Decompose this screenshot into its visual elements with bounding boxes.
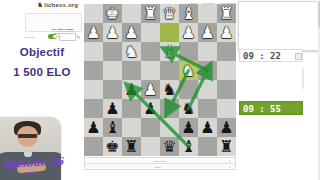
square-h1[interactable] xyxy=(84,4,103,23)
square-h8[interactable] xyxy=(84,137,103,156)
player-clock-active: 09 : 55 xyxy=(239,101,303,115)
square-a6[interactable] xyxy=(217,99,236,118)
square-a5[interactable] xyxy=(217,80,236,99)
toggle-row: Mode Zen ✎ xyxy=(25,33,81,41)
square-h3[interactable] xyxy=(84,42,103,61)
chess-board[interactable]: ♜♝♛♜♚♟♟♟♝♟♞♟♟♞♟♟♞♝♞♟♟♟♟♟♟♜♝♛♜♚ hgfedcba … xyxy=(84,4,236,156)
black-pawn-a7[interactable]: ♟ xyxy=(217,118,236,137)
square-g4[interactable] xyxy=(103,61,122,80)
white-pawn-a2[interactable]: ♟ xyxy=(217,23,236,42)
lichess-logo-text: lichess.org xyxy=(44,2,78,8)
square-h4[interactable] xyxy=(84,61,103,80)
square-e8[interactable] xyxy=(141,137,160,156)
lastmove-highlight-d2 xyxy=(160,23,179,42)
lichess-knight-icon: ♞ xyxy=(37,1,43,9)
square-d2[interactable] xyxy=(160,23,179,42)
white-knight-f3[interactable]: ♞ xyxy=(122,42,141,61)
objectif-title: Objectif xyxy=(4,46,80,58)
toggle-knob xyxy=(53,35,57,39)
strategy-overlay-box xyxy=(238,1,320,51)
square-d4[interactable] xyxy=(160,61,179,80)
square-c3[interactable] xyxy=(179,42,198,61)
square-b8[interactable] xyxy=(198,137,217,156)
white-pawn-f2[interactable]: ♟ xyxy=(122,23,141,42)
clock-settings-icon[interactable] xyxy=(295,53,302,60)
square-h5[interactable] xyxy=(84,80,103,99)
presenter-glasses xyxy=(18,134,37,139)
square-d6[interactable] xyxy=(160,99,179,118)
movelist-scrollbar[interactable] xyxy=(302,68,304,89)
toggle-label: Mode Zen xyxy=(25,36,35,39)
white-pawn-c2[interactable]: ♟ xyxy=(179,23,198,42)
white-bishop-c1[interactable]: ♝ xyxy=(179,4,198,23)
presenter-collar xyxy=(24,152,32,157)
black-queen-d8[interactable]: ♛ xyxy=(160,137,179,156)
square-d7[interactable] xyxy=(160,118,179,137)
white-rook-a1[interactable]: ♜ xyxy=(217,4,236,23)
square-e3[interactable] xyxy=(141,42,160,61)
square-c5[interactable] xyxy=(179,80,198,99)
square-g3[interactable] xyxy=(103,42,122,61)
video-frame: ♞ lichess.org JOUERPUZZLESAPPRENDREREGAR… xyxy=(0,0,320,180)
pencil-icon[interactable]: ✎ xyxy=(77,34,81,40)
underboard-notes-bar[interactable]: Notes ▾ xyxy=(84,163,236,170)
square-f4[interactable] xyxy=(122,61,141,80)
square-e7[interactable] xyxy=(141,118,160,137)
square-f1[interactable] xyxy=(122,4,141,23)
black-rook-a8[interactable]: ♜ xyxy=(217,137,236,156)
black-knight-d5[interactable]: ♞ xyxy=(160,80,179,99)
square-b3[interactable] xyxy=(198,42,217,61)
black-bishop-g7[interactable]: ♝ xyxy=(103,118,122,137)
square-a4[interactable] xyxy=(217,61,236,80)
zen-toggle[interactable] xyxy=(48,34,57,39)
black-pawn-b7[interactable]: ♟ xyxy=(198,118,217,137)
white-rook-e1[interactable]: ♜ xyxy=(141,4,160,23)
opponent-clock: 09 : 22 xyxy=(239,49,303,62)
black-pawn-f5[interactable]: ♟ xyxy=(122,80,141,99)
black-pawn-e6[interactable]: ♟ xyxy=(141,99,160,118)
black-pawn-g6[interactable]: ♟ xyxy=(103,99,122,118)
notes-caret-icon[interactable]: ▾ xyxy=(229,165,230,168)
discussion-label: Discussion xyxy=(154,159,166,162)
square-b4[interactable] xyxy=(198,61,217,80)
white-knight-c4[interactable]: ♞ xyxy=(179,61,198,80)
black-knight-c6[interactable]: ♞ xyxy=(179,99,198,118)
chat-input[interactable] xyxy=(59,33,76,41)
square-b6[interactable] xyxy=(198,99,217,118)
episode-label: épisode 36 xyxy=(3,155,73,170)
discussion-caret-icon[interactable]: ▾ xyxy=(229,159,230,162)
square-f6[interactable] xyxy=(122,99,141,118)
black-rook-f8[interactable]: ♜ xyxy=(122,137,141,156)
lichess-logo[interactable]: ♞ lichess.org xyxy=(37,0,78,9)
square-g5[interactable] xyxy=(103,80,122,99)
white-queen-d1[interactable]: ♛ xyxy=(160,4,179,23)
square-b5[interactable] xyxy=(198,80,217,99)
black-pawn-c7[interactable]: ♟ xyxy=(179,118,198,137)
white-bishop-d3[interactable]: ♝ xyxy=(160,42,179,61)
black-pawn-h7[interactable]: ♟ xyxy=(84,118,103,137)
black-king-g8[interactable]: ♚ xyxy=(103,137,122,156)
square-h6[interactable] xyxy=(84,99,103,118)
square-f7[interactable] xyxy=(122,118,141,137)
white-king-g1[interactable]: ♚ xyxy=(103,4,122,23)
white-pawn-g2[interactable]: ♟ xyxy=(103,23,122,42)
white-pawn-e5[interactable]: ♟ xyxy=(141,80,160,99)
white-pawn-b2[interactable]: ♟ xyxy=(198,23,217,42)
notes-label: Notes xyxy=(154,165,161,168)
black-bishop-c8[interactable]: ♝ xyxy=(179,137,198,156)
white-pawn-h2[interactable]: ♟ xyxy=(84,23,103,42)
square-e2[interactable] xyxy=(141,23,160,42)
square-b1[interactable] xyxy=(198,4,217,23)
square-a3[interactable] xyxy=(217,42,236,61)
objectif-elo: 1 500 ELO xyxy=(4,66,80,78)
square-e4[interactable] xyxy=(141,61,160,80)
